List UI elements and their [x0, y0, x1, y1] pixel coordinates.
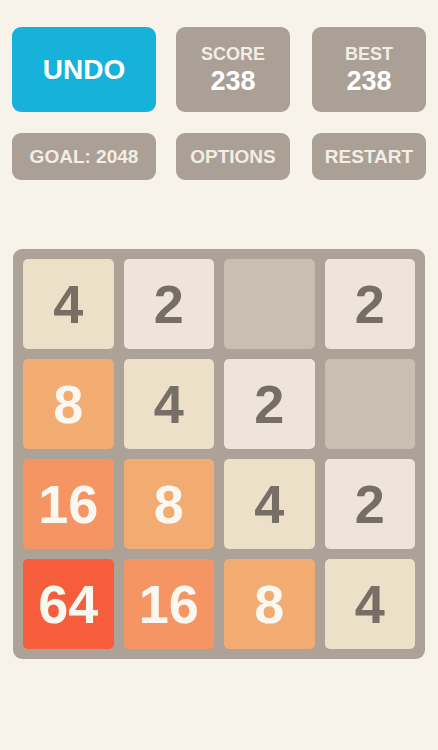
tile-8: 8 — [23, 359, 114, 449]
tile-8: 8 — [124, 459, 215, 549]
tile-8: 8 — [224, 559, 315, 649]
tile-4: 4 — [124, 359, 215, 449]
empty-cell — [325, 359, 416, 449]
tile-2: 2 — [325, 459, 416, 549]
tile-4: 4 — [325, 559, 416, 649]
best-box: BEST 238 — [312, 27, 426, 112]
options-button[interactable]: OPTIONS — [176, 133, 290, 180]
empty-cell — [224, 259, 315, 349]
undo-button[interactable]: UNDO — [12, 27, 156, 112]
tile-4: 4 — [224, 459, 315, 549]
score-value: 238 — [210, 68, 255, 95]
goal-button[interactable]: GOAL: 2048 — [12, 133, 156, 180]
best-label: BEST — [345, 45, 393, 63]
score-box: SCORE 238 — [176, 27, 290, 112]
app-background: { "game": "2048", "position": { "rows": … — [0, 0, 438, 750]
tile-2: 2 — [224, 359, 315, 449]
tile-2: 2 — [325, 259, 416, 349]
tile-16: 16 — [23, 459, 114, 549]
tile-4: 4 — [23, 259, 114, 349]
tile-2: 2 — [124, 259, 215, 349]
restart-button[interactable]: RESTART — [312, 133, 426, 180]
game-board[interactable]: 42284216842641684 — [13, 249, 425, 659]
best-value: 238 — [346, 68, 391, 95]
tile-16: 16 — [124, 559, 215, 649]
score-label: SCORE — [201, 45, 265, 63]
tile-64: 64 — [23, 559, 114, 649]
